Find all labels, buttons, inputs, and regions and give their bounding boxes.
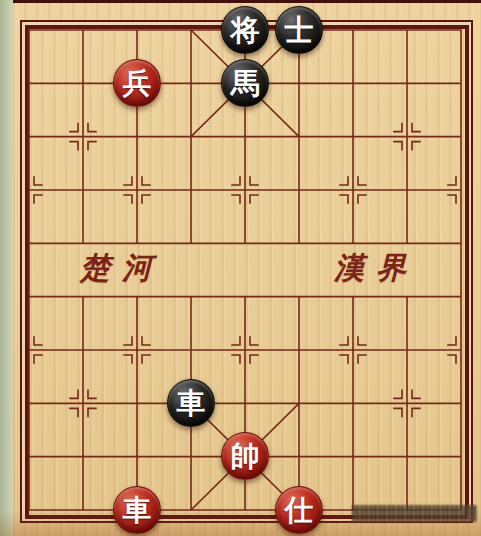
- piece-red-chariot[interactable]: 車: [113, 486, 161, 534]
- piece-glyph: 馬: [222, 60, 268, 106]
- piece-glyph: 帥: [222, 433, 268, 479]
- pieces-layer: 将士兵馬車帥車仕: [2, 3, 481, 536]
- piece-glyph: 仕: [276, 487, 322, 533]
- piece-glyph: 兵: [114, 60, 160, 106]
- piece-glyph: 士: [276, 7, 322, 53]
- left-edge-strip: [0, 0, 13, 536]
- piece-black-horse[interactable]: 馬: [221, 59, 269, 107]
- piece-red-soldier[interactable]: 兵: [113, 59, 161, 107]
- piece-black-general[interactable]: 将: [221, 6, 269, 54]
- top-edge-line: [0, 0, 481, 3]
- piece-black-advisor[interactable]: 士: [275, 6, 323, 54]
- piece-glyph: 将: [222, 7, 268, 53]
- bottom-shade: [0, 510, 481, 536]
- xiangqi-app-screen: 楚河 漢界 将士兵馬車帥車仕: [0, 0, 481, 536]
- piece-glyph: 車: [114, 487, 160, 533]
- piece-black-chariot[interactable]: 車: [167, 379, 215, 427]
- piece-red-advisor[interactable]: 仕: [275, 486, 323, 534]
- piece-red-general[interactable]: 帥: [221, 432, 269, 480]
- piece-glyph: 車: [168, 380, 214, 426]
